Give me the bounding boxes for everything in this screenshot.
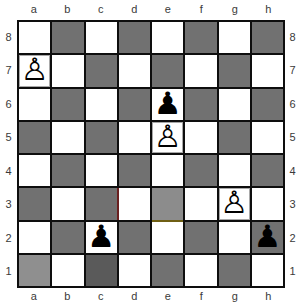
square-d5[interactable]: [119, 122, 150, 153]
file-label-e: e: [151, 0, 185, 20]
square-b3[interactable]: [52, 188, 83, 219]
file-label-b: b: [51, 288, 85, 306]
file-label-d: d: [118, 288, 152, 306]
file-label-c: c: [84, 0, 118, 20]
square-g1[interactable]: [219, 255, 250, 286]
square-h1[interactable]: [252, 255, 283, 286]
square-b2[interactable]: [52, 222, 83, 253]
square-g7[interactable]: [219, 55, 250, 86]
square-a6[interactable]: [19, 89, 50, 120]
square-b8[interactable]: [52, 22, 83, 53]
file-label-a: a: [17, 288, 51, 306]
square-c7[interactable]: [86, 55, 117, 86]
rank-label-7: 7: [285, 54, 300, 88]
square-f4[interactable]: [185, 155, 216, 186]
square-a8[interactable]: [19, 22, 50, 53]
square-d1[interactable]: [119, 255, 150, 286]
rank-label-3: 3: [0, 188, 17, 222]
square-h2[interactable]: ♟: [252, 222, 283, 253]
square-d6[interactable]: [119, 89, 150, 120]
square-h8[interactable]: [252, 22, 283, 53]
square-c5[interactable]: [86, 122, 117, 153]
rank-label-8: 8: [285, 20, 300, 54]
square-d7[interactable]: [119, 55, 150, 86]
rank-label-3: 3: [285, 188, 300, 222]
file-label-f: f: [185, 288, 219, 306]
square-e6[interactable]: ♟: [152, 89, 183, 120]
file-label-b: b: [51, 0, 85, 20]
square-f2[interactable]: [185, 222, 216, 253]
square-f8[interactable]: [185, 22, 216, 53]
square-d2[interactable]: [119, 222, 150, 253]
square-c1[interactable]: [86, 255, 117, 286]
file-label-c: c: [84, 288, 118, 306]
rank-label-6: 6: [0, 87, 17, 121]
rank-label-2: 2: [285, 221, 300, 255]
white-pawn[interactable]: ♙: [220, 187, 248, 218]
square-e8[interactable]: [152, 22, 183, 53]
white-pawn[interactable]: ♙: [21, 54, 49, 85]
square-b6[interactable]: [52, 89, 83, 120]
square-c3[interactable]: [86, 188, 117, 219]
square-g2[interactable]: [219, 222, 250, 253]
square-g5[interactable]: [219, 122, 250, 153]
square-d4[interactable]: [119, 155, 150, 186]
square-a1[interactable]: [19, 255, 50, 286]
square-a7[interactable]: ♙: [19, 55, 50, 86]
square-c4[interactable]: [86, 155, 117, 186]
rank-labels-left: 87654321: [0, 20, 17, 288]
rank-label-5: 5: [0, 121, 17, 155]
file-label-h: h: [252, 288, 286, 306]
square-h7[interactable]: [252, 55, 283, 86]
chess-board: ♙♟♙♙♟♟: [17, 20, 285, 288]
square-h3[interactable]: [252, 188, 283, 219]
rank-label-7: 7: [0, 54, 17, 88]
file-label-d: d: [118, 0, 152, 20]
rank-label-1: 1: [285, 255, 300, 289]
square-c8[interactable]: [86, 22, 117, 53]
chessboard-widget: abcdefgh 87654321 ♙♟♙♙♟♟ 87654321 abcdef…: [0, 0, 300, 306]
square-b4[interactable]: [52, 155, 83, 186]
rank-label-1: 1: [0, 255, 17, 289]
rank-label-5: 5: [285, 121, 300, 155]
square-f7[interactable]: [185, 55, 216, 86]
rank-label-4: 4: [0, 154, 17, 188]
rank-labels-right: 87654321: [285, 20, 300, 288]
file-label-g: g: [218, 288, 252, 306]
rank-label-6: 6: [285, 87, 300, 121]
file-label-g: g: [218, 0, 252, 20]
square-d8[interactable]: [119, 22, 150, 53]
file-label-h: h: [252, 0, 286, 20]
square-g6[interactable]: [219, 89, 250, 120]
rank-label-4: 4: [285, 154, 300, 188]
square-f3[interactable]: [185, 188, 216, 219]
square-a4[interactable]: [19, 155, 50, 186]
square-c2[interactable]: ♟: [86, 222, 117, 253]
black-pawn[interactable]: ♟: [87, 221, 115, 252]
square-h6[interactable]: [252, 89, 283, 120]
square-d3[interactable]: [119, 188, 150, 219]
square-a3[interactable]: [19, 188, 50, 219]
square-e3[interactable]: [152, 188, 183, 219]
square-e2[interactable]: [152, 222, 183, 253]
file-label-e: e: [151, 288, 185, 306]
square-e7[interactable]: [152, 55, 183, 86]
square-c6[interactable]: [86, 89, 117, 120]
square-h4[interactable]: [252, 155, 283, 186]
square-f1[interactable]: [185, 255, 216, 286]
square-b5[interactable]: [52, 122, 83, 153]
file-label-a: a: [17, 0, 51, 20]
file-label-f: f: [185, 0, 219, 20]
file-labels-top: abcdefgh: [17, 0, 285, 20]
black-pawn[interactable]: ♟: [253, 221, 281, 252]
square-a2[interactable]: [19, 222, 50, 253]
black-pawn[interactable]: ♟: [154, 88, 182, 119]
square-e4[interactable]: [152, 155, 183, 186]
square-b7[interactable]: [52, 55, 83, 86]
square-f5[interactable]: [185, 122, 216, 153]
square-f6[interactable]: [185, 89, 216, 120]
square-e5[interactable]: ♙: [152, 122, 183, 153]
square-g8[interactable]: [219, 22, 250, 53]
square-a5[interactable]: [19, 122, 50, 153]
square-h5[interactable]: [252, 122, 283, 153]
rank-label-8: 8: [0, 20, 17, 54]
white-pawn[interactable]: ♙: [154, 121, 182, 152]
square-b1[interactable]: [52, 255, 83, 286]
square-g3[interactable]: ♙: [219, 188, 250, 219]
square-g4[interactable]: [219, 155, 250, 186]
square-e1[interactable]: [152, 255, 183, 286]
file-labels-bottom: abcdefgh: [17, 288, 285, 306]
rank-label-2: 2: [0, 221, 17, 255]
